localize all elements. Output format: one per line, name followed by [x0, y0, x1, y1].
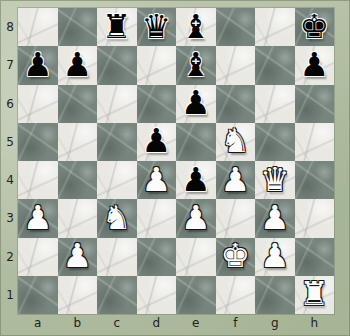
rank-label-3: 3 [0, 199, 18, 237]
square-f4[interactable]: ♟ [216, 161, 256, 199]
square-h1[interactable]: ♜ [295, 276, 335, 314]
square-b8[interactable] [58, 8, 98, 46]
black-pawn-h7[interactable]: ♟ [299, 48, 329, 81]
file-label-e: e [176, 313, 216, 333]
square-h4[interactable] [295, 161, 335, 199]
square-e3[interactable]: ♟ [176, 199, 216, 237]
square-d4[interactable]: ♟ [137, 161, 177, 199]
square-c2[interactable] [97, 238, 137, 276]
square-e6[interactable]: ♟ [176, 85, 216, 123]
square-b4[interactable] [58, 161, 98, 199]
rank-label-1: 1 [0, 276, 18, 314]
square-c6[interactable] [97, 85, 137, 123]
square-f7[interactable] [216, 46, 256, 84]
square-f1[interactable] [216, 276, 256, 314]
square-d8[interactable]: ♛ [137, 8, 177, 46]
square-f5[interactable]: ♞ [216, 123, 256, 161]
black-pawn-e6[interactable]: ♟ [181, 86, 211, 119]
square-d1[interactable] [137, 276, 177, 314]
white-pawn-f4[interactable]: ♟ [220, 163, 250, 196]
square-e5[interactable] [176, 123, 216, 161]
square-e7[interactable]: ♝ [176, 46, 216, 84]
white-pawn-b2[interactable]: ♟ [62, 239, 92, 272]
black-pawn-b7[interactable]: ♟ [62, 48, 92, 81]
square-g7[interactable] [255, 46, 295, 84]
square-f6[interactable] [216, 85, 256, 123]
square-d5[interactable]: ♟ [137, 123, 177, 161]
square-b1[interactable] [58, 276, 98, 314]
rank-label-4: 4 [0, 161, 18, 199]
square-f2[interactable]: ♚ [216, 238, 256, 276]
file-label-a: a [18, 313, 58, 333]
square-b6[interactable] [58, 85, 98, 123]
square-b7[interactable]: ♟ [58, 46, 98, 84]
white-rook-h1[interactable]: ♜ [299, 277, 329, 310]
square-g1[interactable] [255, 276, 295, 314]
square-f8[interactable] [216, 8, 256, 46]
white-pawn-g3[interactable]: ♟ [260, 201, 290, 234]
square-g8[interactable] [255, 8, 295, 46]
file-labels: abcdefgh [18, 313, 334, 333]
square-e1[interactable] [176, 276, 216, 314]
square-d2[interactable] [137, 238, 177, 276]
white-pawn-g2[interactable]: ♟ [260, 239, 290, 272]
square-e4[interactable]: ♟ [176, 161, 216, 199]
white-pawn-e3[interactable]: ♟ [181, 201, 211, 234]
square-a2[interactable] [18, 238, 58, 276]
white-king-f2[interactable]: ♚ [220, 239, 250, 272]
chess-board: ♜♛♝♚♟♟♝♟♟♟♞♟♟♟♛♟♞♟♟♟♚♟♜ [18, 8, 334, 314]
square-c4[interactable] [97, 161, 137, 199]
rank-label-7: 7 [0, 46, 18, 84]
rank-labels: 87654321 [0, 8, 18, 314]
square-d7[interactable] [137, 46, 177, 84]
square-a1[interactable] [18, 276, 58, 314]
black-pawn-e4[interactable]: ♟ [181, 163, 211, 196]
white-knight-c3[interactable]: ♞ [102, 201, 132, 234]
square-e8[interactable]: ♝ [176, 8, 216, 46]
black-king-h8[interactable]: ♚ [299, 10, 329, 43]
square-h7[interactable]: ♟ [295, 46, 335, 84]
square-c7[interactable] [97, 46, 137, 84]
square-a5[interactable] [18, 123, 58, 161]
square-h6[interactable] [295, 85, 335, 123]
white-pawn-d4[interactable]: ♟ [141, 163, 171, 196]
file-label-d: d [137, 313, 177, 333]
black-pawn-a7[interactable]: ♟ [23, 48, 53, 81]
square-a4[interactable] [18, 161, 58, 199]
square-g3[interactable]: ♟ [255, 199, 295, 237]
square-h8[interactable]: ♚ [295, 8, 335, 46]
square-g4[interactable]: ♛ [255, 161, 295, 199]
square-h2[interactable] [295, 238, 335, 276]
white-queen-g4[interactable]: ♛ [260, 163, 290, 196]
rank-label-8: 8 [0, 8, 18, 46]
square-a7[interactable]: ♟ [18, 46, 58, 84]
black-bishop-e8[interactable]: ♝ [181, 10, 211, 43]
rank-label-5: 5 [0, 123, 18, 161]
square-b3[interactable] [58, 199, 98, 237]
file-label-c: c [97, 313, 137, 333]
square-a6[interactable] [18, 85, 58, 123]
square-b5[interactable] [58, 123, 98, 161]
file-label-g: g [255, 313, 295, 333]
square-g2[interactable]: ♟ [255, 238, 295, 276]
white-pawn-a3[interactable]: ♟ [23, 201, 53, 234]
chess-diagram: 87654321 ♜♛♝♚♟♟♝♟♟♟♞♟♟♟♛♟♞♟♟♟♚♟♜ abcdefg… [0, 0, 350, 336]
square-h5[interactable] [295, 123, 335, 161]
square-c5[interactable] [97, 123, 137, 161]
square-c1[interactable] [97, 276, 137, 314]
rank-label-2: 2 [0, 238, 18, 276]
square-d6[interactable] [137, 85, 177, 123]
square-h3[interactable] [295, 199, 335, 237]
square-c3[interactable]: ♞ [97, 199, 137, 237]
file-label-b: b [58, 313, 98, 333]
rank-label-6: 6 [0, 85, 18, 123]
file-label-h: h [295, 313, 335, 333]
square-e2[interactable] [176, 238, 216, 276]
square-b2[interactable]: ♟ [58, 238, 98, 276]
black-rook-c8[interactable]: ♜ [102, 10, 132, 43]
black-bishop-e7[interactable]: ♝ [181, 48, 211, 81]
square-a8[interactable] [18, 8, 58, 46]
square-g6[interactable] [255, 85, 295, 123]
square-g5[interactable] [255, 123, 295, 161]
square-d3[interactable] [137, 199, 177, 237]
black-pawn-d5[interactable]: ♟ [141, 124, 171, 157]
square-c8[interactable]: ♜ [97, 8, 137, 46]
white-knight-f5[interactable]: ♞ [220, 124, 250, 157]
square-f3[interactable] [216, 199, 256, 237]
square-a3[interactable]: ♟ [18, 199, 58, 237]
file-label-f: f [216, 313, 256, 333]
black-queen-d8[interactable]: ♛ [141, 10, 171, 43]
